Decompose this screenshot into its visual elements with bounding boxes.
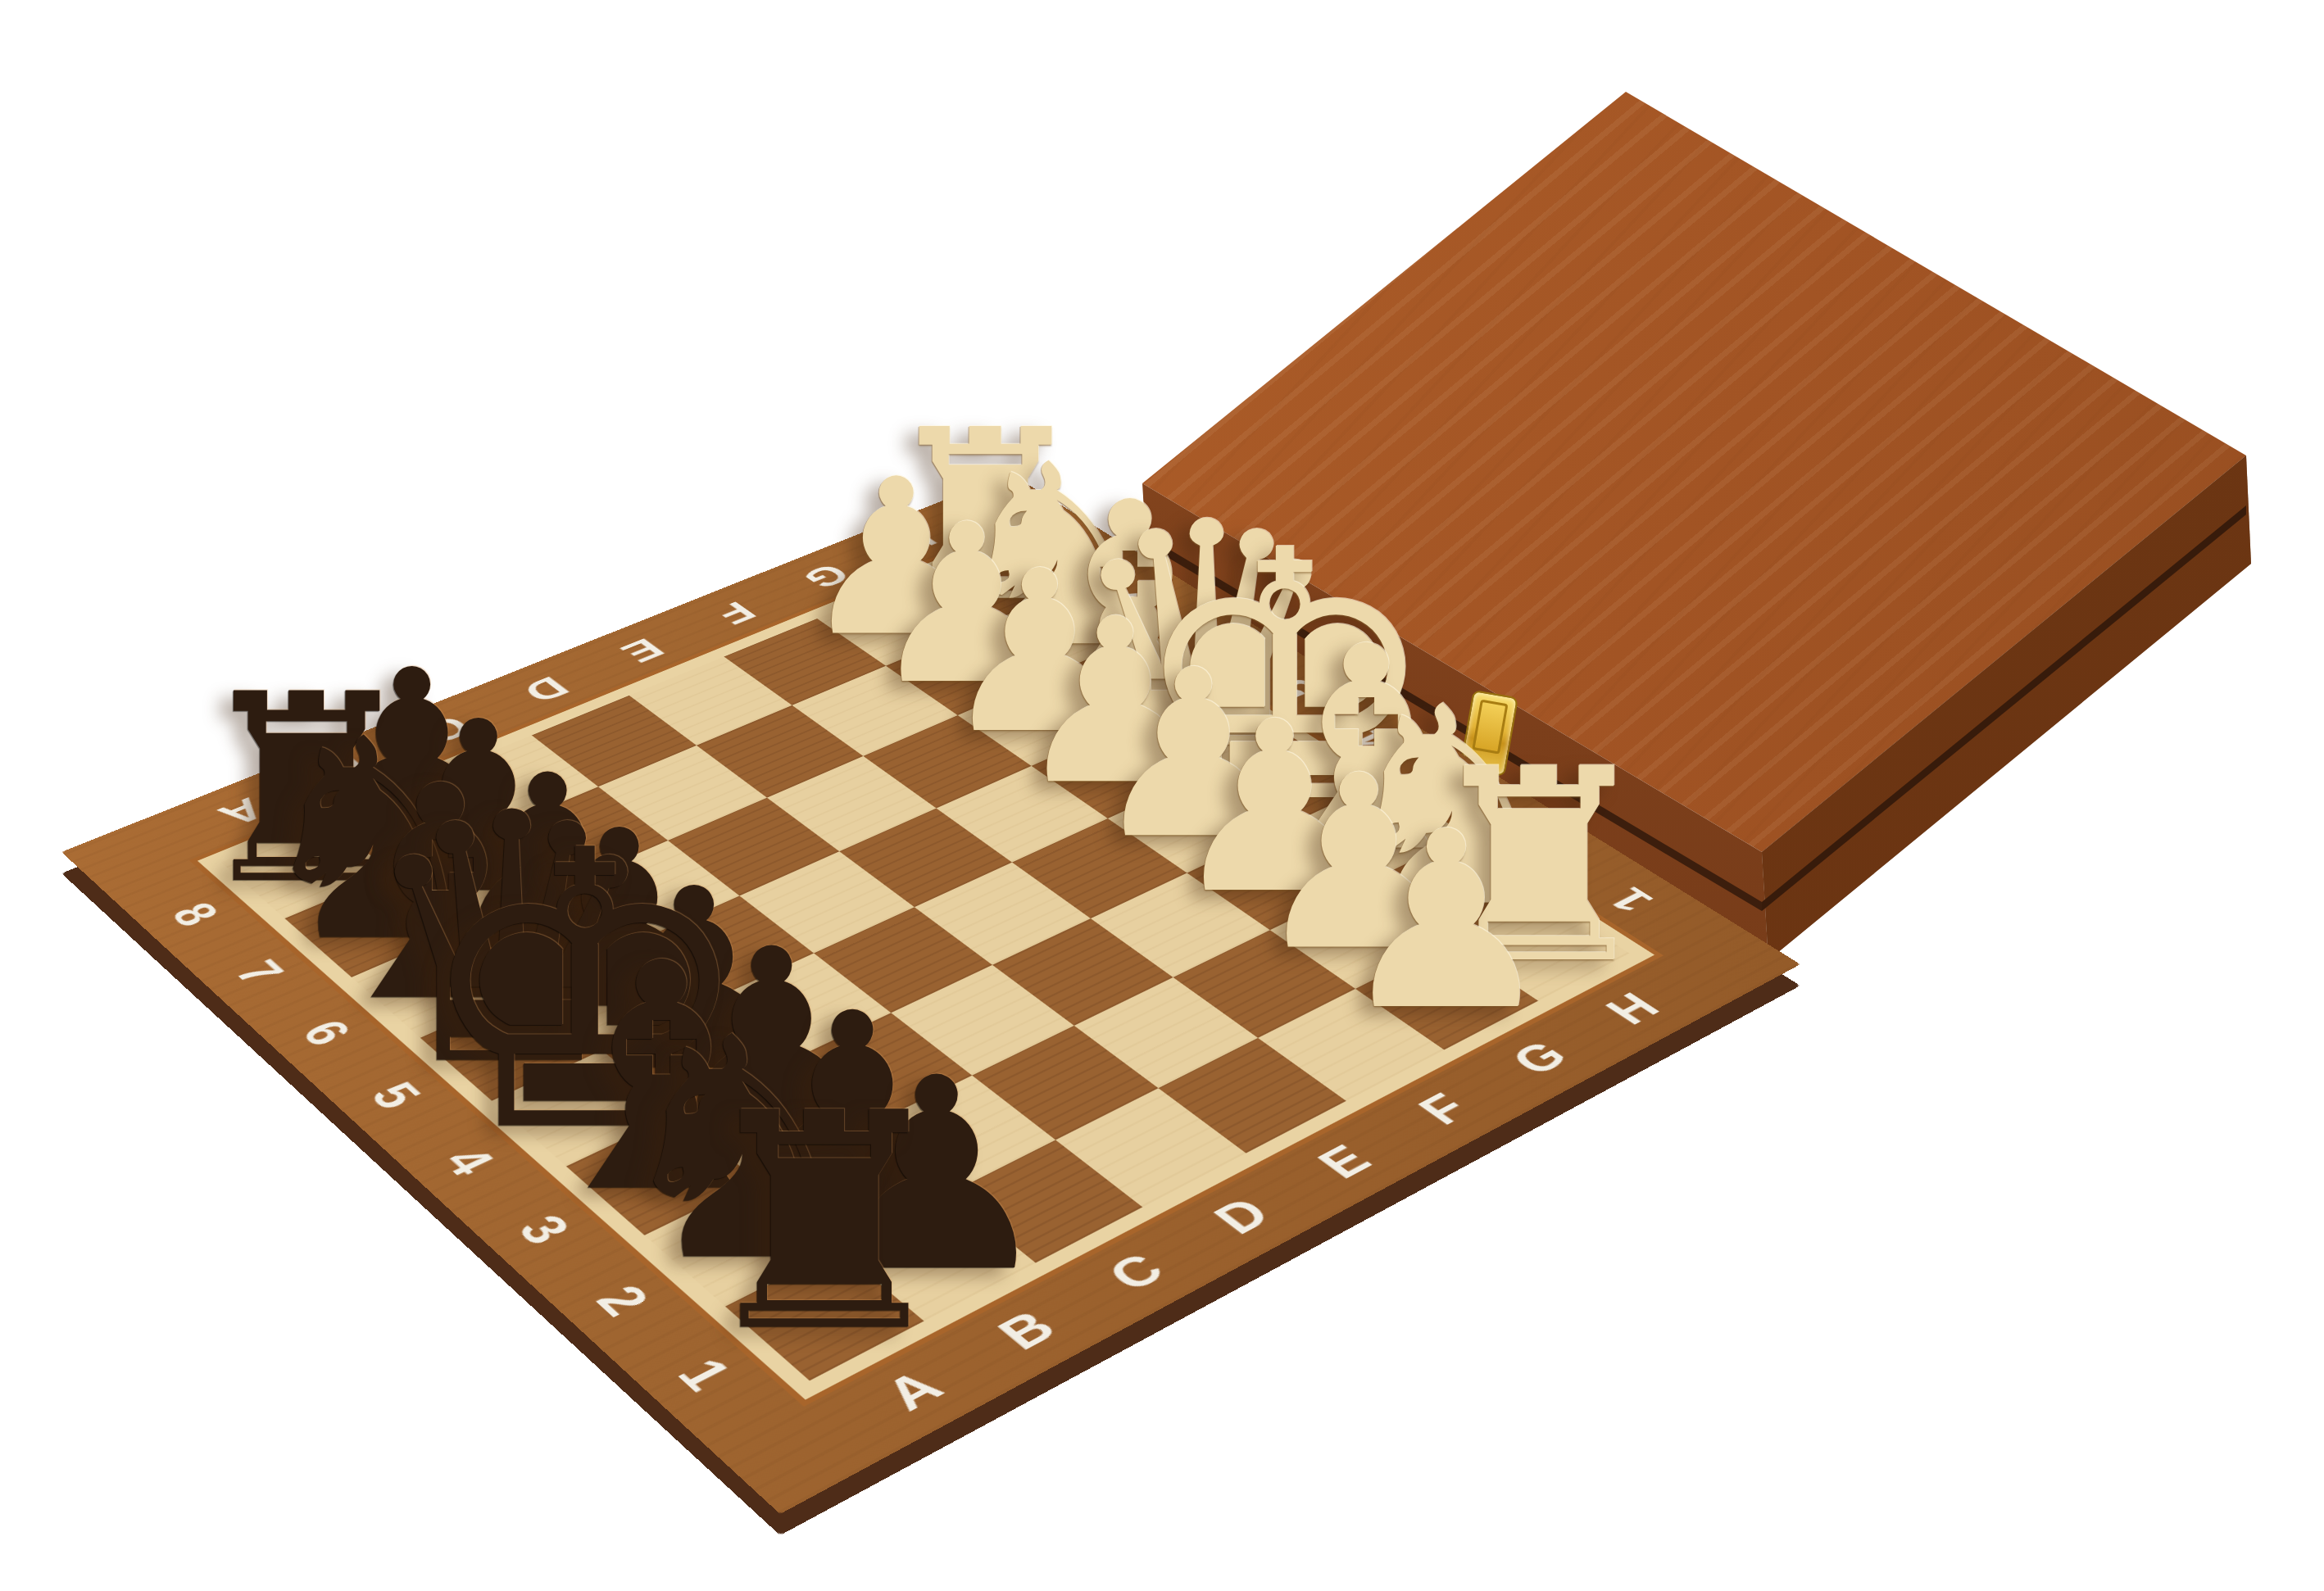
white-pawn-piece-g1: ♟ [1337, 799, 1556, 1044]
product-photo-scene: AABBCCDDEEFFGGHH1122334455667788 ♜♟♞♟♝♟♛… [0, 0, 2324, 1591]
chess-pieces-layer: ♜♟♞♟♝♟♛♟♚♟♟♝♜♟♟♞♞♟♟♜♝♟♟♛♟♚♟♝♟♞♟♜ [0, 0, 2324, 1591]
black-rook-piece-a1: ♜ [691, 1075, 958, 1373]
